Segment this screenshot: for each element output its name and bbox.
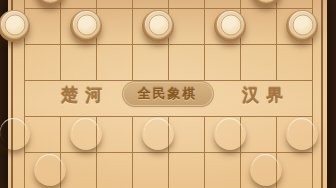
piece-engraved-ring bbox=[148, 122, 167, 141]
face-down-piece-bottom[interactable] bbox=[142, 118, 174, 150]
piece-engraved-ring bbox=[220, 14, 241, 35]
face-down-piece-bottom[interactable] bbox=[214, 118, 246, 150]
face-down-piece-top[interactable] bbox=[142, 10, 174, 42]
piece-engraved-ring bbox=[220, 122, 239, 141]
piece-back-face bbox=[0, 10, 29, 39]
piece-back-face bbox=[36, 0, 65, 3]
face-down-piece-top[interactable] bbox=[70, 10, 102, 42]
face-down-piece-bottom[interactable] bbox=[70, 118, 102, 150]
piece-back-face bbox=[288, 118, 315, 145]
piece-layer bbox=[0, 0, 320, 188]
piece-back-face bbox=[0, 118, 27, 145]
piece-back-face bbox=[216, 10, 245, 39]
piece-back-face bbox=[216, 118, 243, 145]
piece-engraved-ring bbox=[4, 122, 23, 141]
piece-engraved-ring bbox=[256, 158, 275, 177]
piece-engraved-ring bbox=[76, 122, 95, 141]
piece-engraved-ring bbox=[4, 14, 25, 35]
xiangqi-app-screenshot: 楚河 汉界 全民象棋 bbox=[0, 0, 336, 188]
face-down-piece-bottom[interactable] bbox=[0, 118, 30, 150]
face-down-piece-top[interactable] bbox=[0, 10, 30, 42]
piece-back-face bbox=[252, 0, 281, 3]
face-down-piece-bottom[interactable] bbox=[34, 154, 66, 186]
piece-back-face bbox=[252, 154, 279, 181]
xiangqi-board[interactable]: 楚河 汉界 全民象棋 bbox=[8, 0, 327, 188]
piece-back-face bbox=[144, 10, 173, 39]
piece-engraved-ring bbox=[148, 14, 169, 35]
board-right-frame bbox=[321, 0, 323, 188]
face-down-piece-bottom[interactable] bbox=[286, 118, 318, 150]
piece-back-face bbox=[36, 154, 63, 181]
piece-engraved-ring bbox=[76, 14, 97, 35]
piece-engraved-ring bbox=[292, 14, 313, 35]
piece-back-face bbox=[72, 118, 99, 145]
face-down-piece-top[interactable] bbox=[34, 0, 66, 6]
face-down-piece-top[interactable] bbox=[250, 0, 282, 6]
piece-back-face bbox=[288, 10, 317, 39]
piece-engraved-ring bbox=[40, 158, 59, 177]
piece-back-face bbox=[72, 10, 101, 39]
piece-back-face bbox=[144, 118, 171, 145]
face-down-piece-top[interactable] bbox=[286, 10, 318, 42]
face-down-piece-bottom[interactable] bbox=[250, 154, 282, 186]
piece-engraved-ring bbox=[292, 122, 311, 141]
face-down-piece-top[interactable] bbox=[214, 10, 246, 42]
